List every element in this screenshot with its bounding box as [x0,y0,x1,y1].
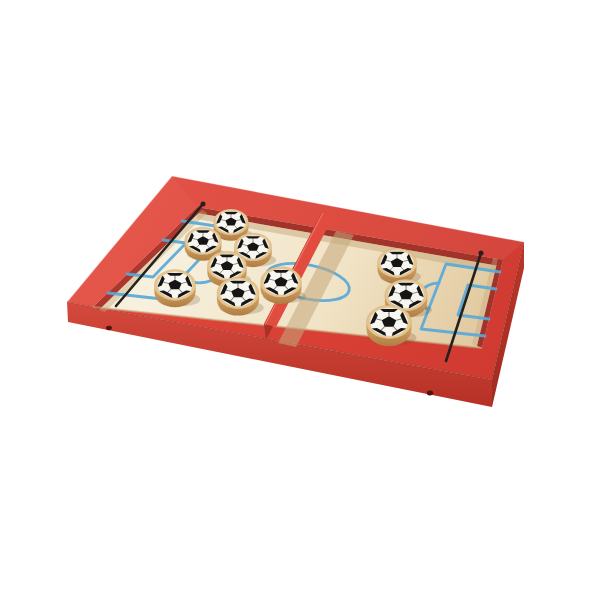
product-photo-canvas [0,0,600,600]
band-anchor-left [201,202,206,207]
sling-puck-board [0,0,600,600]
band-anchor-right [479,251,484,256]
